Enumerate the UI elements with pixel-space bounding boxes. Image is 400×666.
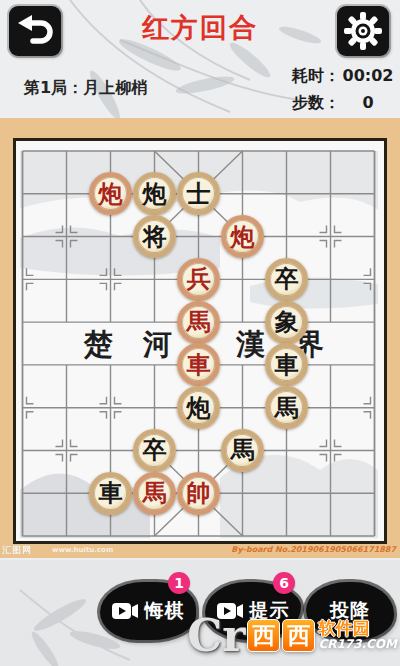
steps-label: 步数：	[292, 93, 340, 114]
red-horse[interactable]: 馬	[177, 301, 220, 344]
piece-character: 帥	[187, 481, 211, 505]
river-text-left: 楚 河	[84, 325, 182, 365]
back-button[interactable]	[9, 6, 61, 56]
site-logo-xi-1: 西	[247, 619, 280, 652]
red-cannon[interactable]: 炮	[221, 215, 264, 258]
undo-label: 悔棋	[145, 598, 185, 624]
site-logo-domain: CR173.COM	[318, 638, 397, 650]
piece-character: 象	[275, 310, 299, 334]
steps-value: 0	[340, 93, 396, 114]
piece-character: 炮	[187, 396, 211, 420]
settings-button[interactable]	[337, 6, 389, 56]
hint-count-badge: 6	[273, 572, 295, 594]
photo-watermark-url: www.huitu.com	[52, 546, 113, 554]
black-soldier[interactable]: 卒	[133, 429, 176, 472]
photo-watermark-logo: 汇图网	[2, 544, 32, 557]
piece-character: 将	[143, 225, 167, 249]
red-soldier[interactable]: 兵	[177, 258, 220, 301]
piece-character: 車	[99, 481, 123, 505]
piece-character: 炮	[99, 182, 123, 206]
black-cannon[interactable]: 炮	[133, 172, 176, 215]
piece-character: 士	[187, 182, 211, 206]
time-row: 耗时： 00:02	[292, 66, 396, 87]
black-cannon[interactable]: 炮	[177, 386, 220, 429]
piece-character: 馬	[143, 481, 167, 505]
black-soldier[interactable]: 卒	[265, 258, 308, 301]
time-label: 耗时：	[292, 66, 340, 87]
undo-move-button[interactable]: 悔棋 1	[100, 582, 196, 640]
undo-count-badge: 1	[168, 572, 190, 594]
site-watermark-logo: Cr 西 西 软件园 CR173.COM	[187, 618, 397, 653]
site-logo-cr: Cr	[187, 618, 245, 653]
piece-character: 馬	[275, 396, 299, 420]
gear-icon	[342, 10, 384, 52]
black-horse[interactable]: 馬	[265, 386, 308, 429]
undo-arrow-icon	[15, 11, 55, 51]
steps-row: 步数： 0	[292, 93, 396, 114]
piece-character: 炮	[143, 182, 167, 206]
camcorder-icon	[112, 602, 138, 620]
photo-watermark-strip: 汇图网 www.huitu.com By-board No.2019061905…	[0, 543, 400, 558]
red-horse[interactable]: 馬	[133, 472, 176, 515]
board-card: 楚 河 漢 界 炮炮士将炮兵卒馬象車車炮馬卒馬車馬帥 汇图网 www.huitu…	[0, 118, 400, 558]
site-logo-xi-2: 西	[282, 619, 315, 652]
piece-character: 卒	[143, 438, 167, 462]
black-elephant[interactable]: 象	[265, 301, 308, 344]
photo-watermark-id: By-board No.2019061905066171887	[231, 545, 396, 554]
round-label: 第1局：月上柳梢	[24, 78, 147, 99]
red-cannon[interactable]: 炮	[89, 172, 132, 215]
site-logo-ruanjianyuan: 软件园	[318, 620, 397, 637]
piece-character: 車	[187, 353, 211, 377]
black-chariot[interactable]: 車	[89, 472, 132, 515]
piece-character: 炮	[231, 225, 255, 249]
piece-character: 馬	[187, 310, 211, 334]
piece-character: 卒	[275, 267, 299, 291]
piece-character: 兵	[187, 267, 211, 291]
piece-character: 車	[275, 353, 299, 377]
piece-character: 馬	[231, 438, 255, 462]
black-advisor[interactable]: 士	[177, 172, 220, 215]
time-value: 00:02	[340, 66, 396, 87]
black-horse[interactable]: 馬	[221, 429, 264, 472]
red-general[interactable]: 帥	[177, 472, 220, 515]
black-general[interactable]: 将	[133, 215, 176, 258]
stats-panel: 耗时： 00:02 步数： 0	[292, 66, 396, 120]
